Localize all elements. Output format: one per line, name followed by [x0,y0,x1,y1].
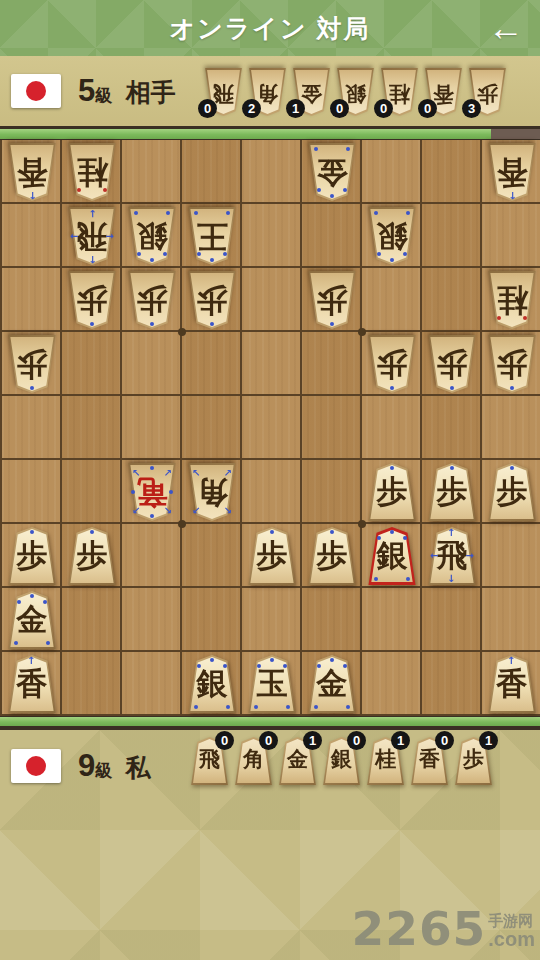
piece-kanji: 飛 [190,748,229,769]
hand-count-badge: 1 [391,731,410,750]
opponent-hand-tray: 飛0角2金1銀0桂0香0歩3 [202,66,509,118]
hand-count-badge: 0 [215,731,234,750]
move-hint-mark [390,530,394,534]
hand-count-badge: 1 [286,99,305,118]
my-name: 9級 私 [78,748,151,784]
opponent-bar: 5級 相手 飛0角2金1銀0桂0香0歩3 [0,56,540,126]
move-hint-mark [510,466,514,470]
move-hint-mark [390,258,394,262]
piece-kanji: 香 [487,668,537,699]
shogi-piece-sente[interactable]: 銀 [187,655,237,713]
move-hint-mark [377,252,381,256]
move-hint-mark [197,252,201,256]
move-hint-mark [330,658,334,662]
hand-slot[interactable]: 桂1 [364,735,407,787]
back-arrow-icon: ← [488,10,524,46]
shogi-piece-gote[interactable]: 歩 [487,335,537,393]
piece-kanji: 歩 [247,540,297,571]
move-hint-mark [403,252,407,256]
hand-slot[interactable]: 金1 [290,66,333,118]
hand-count-badge: 0 [418,99,437,118]
move-hint-mark [30,530,34,534]
move-hint-mark [30,594,34,598]
move-hint-mark [377,536,381,540]
move-hint-mark: ↘ [132,467,140,477]
piece-kanji: 角 [187,477,237,508]
move-hint-mark [137,252,141,256]
move-hint-mark [226,705,230,709]
piece-kanji: 歩 [67,540,117,571]
piece-kanji: 銀 [187,668,237,699]
opponent-time-fill [0,129,491,139]
title-bar: オンライン 対局 ← [0,0,540,56]
shogi-piece-gote[interactable]: 歩 [307,271,357,329]
move-hint-mark [406,577,410,581]
move-hint-mark: ↖ [224,505,232,515]
move-hint-mark [14,641,18,645]
shogi-app: オンライン 対局 ← 5級 相手 飛0角2金1銀0桂0香0歩3 香↑桂金香↑飛↑… [0,0,540,960]
piece-kanji: 桂 [366,748,405,769]
my-time-fill [0,717,540,726]
piece-kanji: 歩 [127,285,177,316]
shogi-piece-sente[interactable]: 香↑ [487,655,537,713]
move-hint-mark: → [466,551,474,561]
move-hint-mark [197,664,201,668]
shogi-board[interactable]: 香↑桂金香↑飛↑↓←→銀王銀歩歩歩歩桂歩歩歩歩竜↖↗↙↘角↖↗↙↘歩歩歩歩歩歩歩… [0,140,540,716]
move-hint-mark [286,705,290,709]
shogi-piece-sente[interactable]: 歩 [247,527,297,585]
piece-kanji: 歩 [487,476,537,507]
shogi-piece-sente[interactable]: 歩 [427,463,477,521]
piece-kanji: 歩 [487,349,537,380]
page-title: オンライン 対局 [170,12,371,45]
shogi-piece-gote[interactable]: 歩 [187,271,237,329]
piece-kanji: 金 [307,157,357,188]
watermark: 2265 手游网 .com [352,911,536,948]
move-hint-mark [510,386,514,390]
piece-kanji: 金 [7,604,57,635]
move-hint-mark [346,705,350,709]
piece-kanji: 金 [307,668,357,699]
move-hint-mark: ↑ [89,254,97,264]
my-hand-tray: 飛0角0金1銀0桂1香0歩1 [188,735,495,787]
hand-slot[interactable]: 飛0 [202,66,245,118]
move-hint-mark [134,211,138,215]
move-hint-mark [90,530,94,534]
shogi-piece-gote[interactable]: 王 [187,207,237,265]
piece-kanji: 金 [278,748,317,769]
move-hint-mark: ↑ [29,190,37,200]
move-hint-mark [131,490,135,494]
hand-slot[interactable]: 角2 [246,66,289,118]
move-hint-mark [390,466,394,470]
move-hint-mark [150,466,154,470]
move-hint-mark: ← [106,231,114,241]
piece-kanji: 歩 [187,285,237,316]
move-hint-mark [210,258,214,262]
shogi-piece-gote[interactable]: 桂 [487,271,537,329]
shogi-piece-gote[interactable]: 歩 [67,271,117,329]
move-hint-mark [194,705,198,709]
move-hint-mark [223,664,227,668]
hand-slot[interactable]: 歩1 [452,735,495,787]
hand-slot[interactable]: 金1 [276,735,319,787]
hand-count-badge: 0 [347,731,366,750]
shogi-piece-gote[interactable]: 香↑ [7,143,57,201]
shogi-piece-sente[interactable]: 玉 [247,655,297,713]
shogi-piece-gote[interactable]: 飛↑↓←→ [67,207,117,265]
opponent-rank-suffix: 級 [95,86,112,105]
piece-kanji: 歩 [7,349,57,380]
hand-count-badge: 0 [259,731,278,750]
move-hint-mark [330,322,334,326]
opponent-time-bar [0,126,540,140]
shogi-piece-sente[interactable]: 香↑ [7,655,57,713]
back-button[interactable]: ← [484,6,528,50]
move-hint-mark [523,316,527,320]
move-hint-mark: ↓ [89,208,97,218]
move-hint-mark: ↙ [224,467,232,477]
move-hint-mark [257,664,261,668]
piece-kanji: 桂 [487,285,537,316]
move-hint-mark [346,147,350,151]
shogi-piece-gote[interactable]: 歩 [127,271,177,329]
piece-kanji: 銀 [367,540,417,571]
piece-kanji: 歩 [7,540,57,571]
my-bar: 9級 私 飛0角0金1銀0桂1香0歩1 [0,730,540,802]
japan-flag-icon [11,749,61,783]
move-hint-mark [46,641,50,645]
move-hint-mark [314,705,318,709]
shogi-piece-gote[interactable]: 銀 [127,207,177,265]
my-time-bar [0,716,540,730]
hand-slot[interactable]: 飛0 [188,735,231,787]
shogi-piece-sente[interactable]: 歩 [7,527,57,585]
shogi-piece-sente[interactable]: 歩 [67,527,117,585]
hand-slot[interactable]: 歩3 [466,66,509,118]
hand-count-badge: 3 [462,99,481,118]
shogi-piece-sente[interactable]: 飛↑↓←→ [427,527,477,585]
move-hint-mark [317,664,321,668]
move-hint-mark [150,258,154,262]
piece-kanji: 歩 [307,285,357,316]
move-hint-mark [314,147,318,151]
hand-count-badge: 0 [330,99,349,118]
hand-count-badge: 0 [198,99,217,118]
move-hint-mark [343,188,347,192]
move-hint-mark: ↑ [509,190,517,200]
piece-kanji: 歩 [67,285,117,316]
opponent-name: 5級 相手 [78,73,176,109]
hand-count-badge: 1 [479,731,498,750]
hand-slot[interactable]: 銀0 [334,66,377,118]
move-hint-mark [450,386,454,390]
opponent-rank-number: 5 [78,73,95,108]
hand-count-badge: 0 [435,731,454,750]
move-hint-mark: ↑ [507,656,515,666]
shogi-piece-sente[interactable]: 歩 [367,463,417,521]
shogi-piece-sente[interactable]: 金 [7,591,57,649]
hand-count-badge: 1 [303,731,322,750]
shogi-piece-gote[interactable]: 香↑ [487,143,537,201]
watermark-number: 2265 [352,911,487,948]
piece-kanji: 桂 [67,157,117,188]
piece-kanji: 香 [410,748,449,769]
watermark-com: .com [488,931,535,948]
move-hint-mark [30,386,34,390]
opponent-label: 相手 [126,78,176,106]
shogi-piece-sente[interactable]: 銀 [367,527,417,585]
piece-kanji: 角 [234,748,273,769]
piece-layer: 香↑桂金香↑飛↑↓←→銀王銀歩歩歩歩桂歩歩歩歩竜↖↗↙↘角↖↗↙↘歩歩歩歩歩歩歩… [2,140,540,716]
hand-slot[interactable]: 香0 [408,735,451,787]
move-hint-mark [150,322,154,326]
hand-count-badge: 2 [242,99,261,118]
move-hint-mark [226,211,230,215]
hand-slot[interactable]: 角0 [232,735,275,787]
move-hint-mark: ← [430,551,438,561]
move-hint-mark [374,211,378,215]
move-hint-mark [166,211,170,215]
move-hint-mark: → [70,231,78,241]
shogi-piece-gote[interactable]: 歩 [427,335,477,393]
shogi-piece-gote[interactable]: 竜↖↗↙↘ [127,463,177,521]
shogi-piece-sente[interactable]: 金 [307,655,357,713]
piece-kanji: 歩 [454,748,493,769]
move-hint-mark: ↓ [447,574,455,584]
move-hint-mark [254,705,258,709]
move-hint-mark [77,188,81,192]
my-rank-number: 9 [78,748,95,783]
my-area: 9級 私 飛0角0金1銀0桂1香0歩1 2265 手游网 .com [0,730,540,960]
shogi-piece-gote[interactable]: 歩 [367,335,417,393]
piece-kanji: 香 [487,157,537,188]
shogi-piece-sente[interactable]: 歩 [307,527,357,585]
move-hint-mark [283,664,287,668]
move-hint-mark [330,530,334,534]
japan-flag-icon [11,74,61,108]
move-hint-mark [163,252,167,256]
move-hint-mark [406,211,410,215]
move-hint-mark: ↗ [132,505,140,515]
move-hint-mark [194,211,198,215]
move-hint-mark [169,490,173,494]
shogi-piece-gote[interactable]: 桂 [67,143,117,201]
piece-kanji: 香 [7,157,57,188]
move-hint-mark [210,658,214,662]
my-rank-suffix: 級 [95,761,112,780]
move-hint-mark [343,664,347,668]
shogi-piece-gote[interactable]: 角↖↗↙↘ [187,463,237,521]
piece-kanji: 銀 [322,748,361,769]
my-label: 私 [126,753,151,781]
shogi-piece-gote[interactable]: 金 [307,143,357,201]
move-hint-mark [330,194,334,198]
move-hint-mark: ↑ [27,656,35,666]
move-hint-mark [497,316,501,320]
move-hint-mark [90,322,94,326]
move-hint-mark: ↙ [164,467,172,477]
piece-kanji: 王 [187,221,237,252]
piece-kanji: 歩 [307,540,357,571]
hand-slot[interactable]: 銀0 [320,735,363,787]
piece-kanji: 歩 [367,476,417,507]
piece-kanji: 歩 [427,476,477,507]
hand-count-badge: 0 [374,99,393,118]
move-hint-mark: ↘ [192,467,200,477]
move-hint-mark [43,600,47,604]
watermark-right: 手游网 .com [488,912,535,948]
piece-kanji: 歩 [367,349,417,380]
move-hint-mark: ↗ [192,505,200,515]
move-hint-mark [17,600,21,604]
piece-kanji: 香 [7,668,57,699]
move-hint-mark: ↖ [164,505,172,515]
shogi-piece-sente[interactable]: 歩 [487,463,537,521]
hand-slot[interactable]: 桂0 [378,66,421,118]
move-hint-mark [270,658,274,662]
move-hint-mark [210,322,214,326]
piece-kanji: 銀 [367,221,417,252]
piece-kanji: 銀 [127,221,177,252]
hand-slot[interactable]: 香0 [422,66,465,118]
move-hint-mark [223,252,227,256]
shogi-piece-gote[interactable]: 銀 [367,207,417,265]
move-hint-mark: ↑ [447,528,455,538]
move-hint-mark [317,188,321,192]
move-hint-mark [103,188,107,192]
move-hint-mark [390,386,394,390]
move-hint-mark [270,530,274,534]
move-hint-mark [150,514,154,518]
move-hint-mark [450,466,454,470]
move-hint-mark [374,577,378,581]
shogi-piece-gote[interactable]: 歩 [7,335,57,393]
piece-kanji: 玉 [247,668,297,699]
move-hint-mark [403,536,407,540]
piece-kanji: 歩 [427,349,477,380]
